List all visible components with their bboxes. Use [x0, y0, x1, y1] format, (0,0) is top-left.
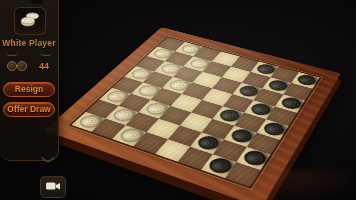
panel-top-notch — [31, 0, 43, 4]
board-square[interactable] — [146, 119, 179, 140]
divider-ornament-right-icon — [40, 52, 52, 56]
captured-counter: 44 — [7, 58, 53, 74]
board-square[interactable] — [225, 162, 260, 187]
board-square[interactable] — [213, 140, 247, 163]
checker-piece-black[interactable] — [261, 121, 287, 138]
board-square[interactable] — [138, 100, 170, 119]
checker-piece-black[interactable] — [241, 149, 269, 168]
camera-button[interactable] — [40, 176, 66, 198]
board-square[interactable] — [244, 100, 275, 119]
board-square[interactable] — [105, 106, 138, 125]
board-square[interactable] — [126, 112, 159, 132]
board-square[interactable] — [190, 132, 224, 154]
video-camera-icon — [45, 178, 61, 196]
checker-piece-black[interactable] — [248, 102, 273, 118]
chevron-down-icon[interactable] — [40, 150, 56, 158]
checker-piece-black[interactable] — [195, 134, 223, 152]
board-square[interactable] — [247, 133, 280, 155]
board-square[interactable] — [159, 106, 191, 125]
white-checkers-pieces-icon — [18, 10, 42, 32]
checker-piece-black[interactable] — [217, 108, 243, 124]
board-square[interactable] — [212, 106, 244, 125]
divider-ornament-left-icon — [6, 52, 18, 56]
board-square[interactable] — [112, 125, 146, 146]
player-avatar[interactable] — [14, 7, 46, 35]
board-square[interactable] — [178, 147, 213, 170]
divider-ornament — [6, 51, 52, 56]
board-square[interactable] — [266, 106, 297, 126]
board-square[interactable] — [155, 139, 190, 161]
board-square[interactable] — [168, 125, 202, 146]
board-grid — [71, 37, 319, 186]
board-square[interactable] — [86, 100, 119, 119]
board-square[interactable] — [224, 126, 257, 147]
board-square[interactable] — [236, 147, 270, 170]
board-square[interactable] — [133, 132, 168, 154]
checkers-board — [44, 27, 341, 200]
dark-checkers-pieces-icon — [7, 60, 29, 72]
board-square[interactable] — [202, 119, 235, 140]
player-name-label: White Player — [0, 38, 58, 48]
game-scene: White Player 44 Resign Offer Draw — [0, 0, 356, 200]
checker-piece-white[interactable] — [117, 127, 145, 144]
checker-piece-black[interactable] — [206, 156, 235, 176]
resign-button[interactable]: Resign — [3, 82, 55, 97]
checker-piece-white[interactable] — [110, 107, 137, 123]
board-square[interactable] — [180, 112, 213, 132]
board-square[interactable] — [257, 119, 289, 140]
counter-value: 44 — [39, 61, 49, 71]
board-square[interactable] — [71, 112, 105, 132]
checker-piece-black[interactable] — [228, 127, 255, 145]
board-square[interactable] — [191, 100, 223, 119]
checker-piece-white[interactable] — [143, 101, 170, 117]
board-square[interactable] — [234, 113, 266, 133]
checker-piece-white[interactable] — [76, 113, 104, 129]
offer-draw-button[interactable]: Offer Draw — [3, 102, 55, 117]
board-frame — [44, 27, 341, 200]
board-square[interactable] — [91, 118, 125, 139]
player-panel: White Player 44 Resign Offer Draw — [0, 0, 59, 161]
board-square[interactable] — [201, 154, 236, 178]
checker-piece-black[interactable] — [295, 73, 318, 87]
